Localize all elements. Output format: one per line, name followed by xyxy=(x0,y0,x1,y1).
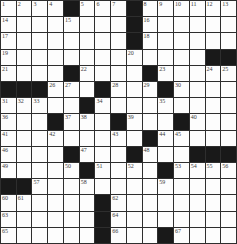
clue-number-64: 64 xyxy=(112,212,118,219)
cell-r4c11[interactable] xyxy=(158,50,173,65)
cell-r8c14[interactable] xyxy=(206,114,221,129)
clue-number-2: 2 xyxy=(18,1,21,8)
cell-r4c8[interactable] xyxy=(111,50,126,65)
cell-r10c8[interactable] xyxy=(111,147,126,162)
cell-r12c4[interactable] xyxy=(48,179,63,194)
cell-r9c3[interactable] xyxy=(32,131,47,146)
black-cell-r5c10 xyxy=(143,66,158,81)
cell-r13c8[interactable]: 62 xyxy=(111,195,126,210)
clue-number-51: 51 xyxy=(96,163,102,170)
clue-number-33: 33 xyxy=(33,98,39,105)
cell-r13c12[interactable] xyxy=(174,195,189,210)
cell-r2c7[interactable] xyxy=(95,17,110,32)
cell-r2c15[interactable] xyxy=(221,17,236,32)
cell-r3c1[interactable]: 17 xyxy=(1,33,16,48)
clue-number-53: 53 xyxy=(175,163,181,170)
cell-r2c1[interactable]: 14 xyxy=(1,17,16,32)
cell-r3c3[interactable] xyxy=(32,33,47,48)
cell-r1c1[interactable]: 1 xyxy=(1,1,16,16)
cell-r8c7[interactable] xyxy=(95,114,110,129)
clue-number-67: 67 xyxy=(175,228,181,235)
cell-r13c15[interactable] xyxy=(221,195,236,210)
cell-r7c1[interactable]: 31 xyxy=(1,98,16,113)
black-cell-r10c5 xyxy=(64,147,79,162)
cell-r14c3[interactable] xyxy=(32,212,47,227)
clue-number-57: 57 xyxy=(33,179,39,186)
clue-number-43: 43 xyxy=(112,131,118,138)
cell-r3c10[interactable]: 18 xyxy=(143,33,158,48)
clue-number-23: 23 xyxy=(159,66,165,73)
cell-r15c10[interactable] xyxy=(143,228,158,243)
clue-number-60: 60 xyxy=(2,195,8,202)
black-cell-r1c5 xyxy=(64,1,79,16)
clue-number-49: 49 xyxy=(2,163,8,170)
cell-r9c4[interactable]: 42 xyxy=(48,131,63,146)
black-cell-r6c1 xyxy=(1,82,16,97)
clue-number-55: 55 xyxy=(207,163,213,170)
cell-r13c9[interactable] xyxy=(127,195,142,210)
black-cell-r4c14 xyxy=(206,50,221,65)
cell-r14c4[interactable] xyxy=(48,212,63,227)
cell-r5c3[interactable] xyxy=(32,66,47,81)
cell-r1c3[interactable]: 3 xyxy=(32,1,47,16)
cell-r2c12[interactable] xyxy=(174,17,189,32)
clue-number-15: 15 xyxy=(65,17,71,24)
clue-number-44: 44 xyxy=(159,131,165,138)
cell-r10c4[interactable] xyxy=(48,147,63,162)
cell-r15c1[interactable]: 65 xyxy=(1,228,16,243)
cell-r12c9[interactable] xyxy=(127,179,142,194)
clue-number-47: 47 xyxy=(81,147,87,154)
cell-r13c10[interactable] xyxy=(143,195,158,210)
cell-r4c1[interactable]: 19 xyxy=(1,50,16,65)
cell-r11c7[interactable]: 51 xyxy=(95,163,110,178)
cell-r7c2[interactable]: 32 xyxy=(17,98,32,113)
cell-r15c4[interactable] xyxy=(48,228,63,243)
clue-number-52: 52 xyxy=(128,163,134,170)
cell-r10c12[interactable] xyxy=(174,147,189,162)
clue-number-50: 50 xyxy=(65,163,71,170)
clue-number-56: 56 xyxy=(222,163,228,170)
cell-r7c4[interactable] xyxy=(48,98,63,113)
cell-r13c1[interactable]: 60 xyxy=(1,195,16,210)
cell-r2c2[interactable] xyxy=(17,17,32,32)
cell-r15c12[interactable]: 67 xyxy=(174,228,189,243)
cell-r9c9[interactable] xyxy=(127,131,142,146)
cell-r1c4[interactable]: 4 xyxy=(48,1,63,16)
cell-r14c1[interactable]: 63 xyxy=(1,212,16,227)
cell-r13c11[interactable] xyxy=(158,195,173,210)
black-cell-r15c11 xyxy=(158,228,173,243)
clue-number-28: 28 xyxy=(112,82,118,89)
cell-r1c12[interactable]: 10 xyxy=(174,1,189,16)
cell-r4c2[interactable] xyxy=(17,50,32,65)
cell-r5c15[interactable]: 25 xyxy=(221,66,236,81)
cell-r3c5[interactable] xyxy=(64,33,79,48)
cell-r14c9[interactable] xyxy=(127,212,142,227)
cell-r7c5[interactable] xyxy=(64,98,79,113)
cell-r14c10[interactable] xyxy=(143,212,158,227)
cell-r13c5[interactable] xyxy=(64,195,79,210)
cell-r12c3[interactable]: 57 xyxy=(32,179,47,194)
cell-r15c2[interactable] xyxy=(17,228,32,243)
cell-r7c12[interactable] xyxy=(174,98,189,113)
black-cell-r6c3 xyxy=(32,82,47,97)
cell-r6c5[interactable]: 27 xyxy=(64,82,79,97)
cell-r4c5[interactable] xyxy=(64,50,79,65)
cell-r3c15[interactable] xyxy=(221,33,236,48)
clue-number-61: 61 xyxy=(18,195,24,202)
cell-r1c14[interactable]: 12 xyxy=(206,1,221,16)
cell-r4c9[interactable]: 20 xyxy=(127,50,142,65)
cell-r7c7[interactable]: 34 xyxy=(95,98,110,113)
clue-number-38: 38 xyxy=(81,114,87,121)
cell-r15c3[interactable] xyxy=(32,228,47,243)
clue-number-10: 10 xyxy=(175,1,181,8)
cell-r9c12[interactable]: 45 xyxy=(174,131,189,146)
black-cell-r11c11 xyxy=(158,163,173,178)
black-cell-r7c6 xyxy=(80,98,95,113)
cell-r1c6[interactable]: 5 xyxy=(80,1,95,16)
clue-number-54: 54 xyxy=(191,163,197,170)
cell-r12c8[interactable] xyxy=(111,179,126,194)
crossword-grid: 1234567891011121314151617181920212223242… xyxy=(0,0,237,244)
cell-r9c5[interactable] xyxy=(64,131,79,146)
clue-number-25: 25 xyxy=(222,66,228,73)
clue-number-8: 8 xyxy=(144,1,147,8)
cell-r9c14[interactable] xyxy=(206,131,221,146)
cell-r14c5[interactable] xyxy=(64,212,79,227)
cell-r14c12[interactable] xyxy=(174,212,189,227)
cell-r7c13[interactable] xyxy=(190,98,205,113)
cell-r10c6[interactable]: 47 xyxy=(80,147,95,162)
cell-r11c10[interactable] xyxy=(143,163,158,178)
cell-r1c13[interactable]: 11 xyxy=(190,1,205,16)
cell-r5c1[interactable]: 21 xyxy=(1,66,16,81)
cell-r6c10[interactable]: 29 xyxy=(143,82,158,97)
cell-r3c2[interactable] xyxy=(17,33,32,48)
cell-r13c6[interactable] xyxy=(80,195,95,210)
black-cell-r10c15 xyxy=(221,147,236,162)
clue-number-37: 37 xyxy=(65,114,71,121)
clue-number-58: 58 xyxy=(81,179,87,186)
cell-r7c10[interactable] xyxy=(143,98,158,113)
black-cell-r10c14 xyxy=(206,147,221,162)
cell-r2c13[interactable] xyxy=(190,17,205,32)
cell-r9c1[interactable]: 41 xyxy=(1,131,16,146)
clue-number-11: 11 xyxy=(191,1,197,8)
cell-r7c8[interactable] xyxy=(111,98,126,113)
clue-number-30: 30 xyxy=(175,82,181,89)
cell-r13c4[interactable] xyxy=(48,195,63,210)
cell-r4c3[interactable] xyxy=(32,50,47,65)
cell-r14c6[interactable] xyxy=(80,212,95,227)
cell-r12c5[interactable] xyxy=(64,179,79,194)
cell-r9c6[interactable] xyxy=(80,131,95,146)
cell-r2c11[interactable] xyxy=(158,17,173,32)
black-cell-r8c8 xyxy=(111,114,126,129)
cell-r14c13[interactable] xyxy=(190,212,205,227)
clue-number-31: 31 xyxy=(2,98,8,105)
cell-r6c8[interactable]: 28 xyxy=(111,82,126,97)
clue-number-66: 66 xyxy=(112,228,118,235)
cell-r10c7[interactable] xyxy=(95,147,110,162)
black-cell-r14c7 xyxy=(95,212,110,227)
clue-number-26: 26 xyxy=(49,82,55,89)
cell-r6c13[interactable] xyxy=(190,82,205,97)
cell-r9c11[interactable]: 44 xyxy=(158,131,173,146)
cell-r8c15[interactable] xyxy=(221,114,236,129)
cell-r13c14[interactable] xyxy=(206,195,221,210)
clue-number-6: 6 xyxy=(96,1,99,8)
clue-number-4: 4 xyxy=(49,1,52,8)
cell-r4c10[interactable] xyxy=(143,50,158,65)
black-cell-r8c4 xyxy=(48,114,63,129)
cell-r3c4[interactable] xyxy=(48,33,63,48)
cell-r14c2[interactable] xyxy=(17,212,32,227)
cell-r12c10[interactable] xyxy=(143,179,158,194)
cell-r8c13[interactable]: 40 xyxy=(190,114,205,129)
black-cell-r6c7 xyxy=(95,82,110,97)
cell-r5c12[interactable] xyxy=(174,66,189,81)
cell-r9c13[interactable] xyxy=(190,131,205,146)
cell-r11c8[interactable] xyxy=(111,163,126,178)
clue-number-63: 63 xyxy=(2,212,8,219)
clue-number-62: 62 xyxy=(112,195,118,202)
cell-r11c5[interactable]: 50 xyxy=(64,163,79,178)
clue-number-7: 7 xyxy=(112,1,115,8)
clue-number-39: 39 xyxy=(128,114,134,121)
clue-number-18: 18 xyxy=(144,33,150,40)
clue-number-41: 41 xyxy=(2,131,8,138)
cell-r1c10[interactable]: 8 xyxy=(143,1,158,16)
cell-r15c13[interactable] xyxy=(190,228,205,243)
cell-r12c13[interactable] xyxy=(190,179,205,194)
cell-r12c11[interactable]: 59 xyxy=(158,179,173,194)
cell-r2c8[interactable] xyxy=(111,17,126,32)
cell-r2c4[interactable] xyxy=(48,17,63,32)
cell-r3c14[interactable] xyxy=(206,33,221,48)
black-cell-r10c9 xyxy=(127,147,142,162)
cell-r1c15[interactable]: 13 xyxy=(221,1,236,16)
black-cell-r3c9 xyxy=(127,33,142,48)
cell-r12c15[interactable] xyxy=(221,179,236,194)
cell-r10c1[interactable]: 46 xyxy=(1,147,16,162)
clue-number-35: 35 xyxy=(159,98,165,105)
cell-r11c14[interactable]: 55 xyxy=(206,163,221,178)
cell-r5c13[interactable] xyxy=(190,66,205,81)
clue-number-22: 22 xyxy=(81,66,87,73)
black-cell-r10c13 xyxy=(190,147,205,162)
cell-r14c8[interactable]: 64 xyxy=(111,212,126,227)
cell-r5c2[interactable] xyxy=(17,66,32,81)
cell-r6c12[interactable]: 30 xyxy=(174,82,189,97)
cell-r8c2[interactable] xyxy=(17,114,32,129)
cell-r15c15[interactable] xyxy=(221,228,236,243)
cell-r4c6[interactable] xyxy=(80,50,95,65)
black-cell-r12c1 xyxy=(1,179,16,194)
cell-r12c7[interactable] xyxy=(95,179,110,194)
cell-r3c7[interactable] xyxy=(95,33,110,48)
cell-r3c12[interactable] xyxy=(174,33,189,48)
cell-r11c15[interactable]: 56 xyxy=(221,163,236,178)
clue-number-46: 46 xyxy=(2,147,8,154)
cell-r1c7[interactable]: 6 xyxy=(95,1,110,16)
cell-r8c5[interactable]: 37 xyxy=(64,114,79,129)
cell-r5c4[interactable] xyxy=(48,66,63,81)
black-cell-r15c7 xyxy=(95,228,110,243)
cell-r9c2[interactable] xyxy=(17,131,32,146)
cell-r4c13[interactable] xyxy=(190,50,205,65)
cell-r1c2[interactable]: 2 xyxy=(17,1,32,16)
cell-r8c9[interactable]: 39 xyxy=(127,114,142,129)
black-cell-r12c2 xyxy=(17,179,32,194)
cell-r15c14[interactable] xyxy=(206,228,221,243)
clue-number-12: 12 xyxy=(207,1,213,8)
cell-r5c6[interactable]: 22 xyxy=(80,66,95,81)
cell-r4c12[interactable] xyxy=(174,50,189,65)
cell-r7c14[interactable] xyxy=(206,98,221,113)
clue-number-34: 34 xyxy=(96,98,102,105)
cell-r13c3[interactable] xyxy=(32,195,47,210)
clue-number-45: 45 xyxy=(175,131,181,138)
black-cell-r8c12 xyxy=(174,114,189,129)
cell-r7c9[interactable] xyxy=(127,98,142,113)
clue-number-14: 14 xyxy=(2,17,8,24)
black-cell-r9c10 xyxy=(143,131,158,146)
cell-r15c5[interactable] xyxy=(64,228,79,243)
cell-r10c10[interactable]: 48 xyxy=(143,147,158,162)
cell-r8c10[interactable] xyxy=(143,114,158,129)
clue-number-59: 59 xyxy=(159,179,165,186)
cell-r5c9[interactable] xyxy=(127,66,142,81)
clue-number-13: 13 xyxy=(222,1,228,8)
cell-r11c4[interactable] xyxy=(48,163,63,178)
cell-r10c11[interactable] xyxy=(158,147,173,162)
cell-r5c7[interactable] xyxy=(95,66,110,81)
cell-r11c2[interactable] xyxy=(17,163,32,178)
black-cell-r13c7 xyxy=(95,195,110,210)
cell-r3c6[interactable] xyxy=(80,33,95,48)
cell-r3c8[interactable] xyxy=(111,33,126,48)
cell-r6c15[interactable] xyxy=(221,82,236,97)
cell-r15c6[interactable] xyxy=(80,228,95,243)
cell-r3c13[interactable] xyxy=(190,33,205,48)
cell-r8c11[interactable] xyxy=(158,114,173,129)
cell-r11c12[interactable]: 53 xyxy=(174,163,189,178)
cell-r13c13[interactable] xyxy=(190,195,205,210)
cell-r12c12[interactable] xyxy=(174,179,189,194)
cell-r11c3[interactable] xyxy=(32,163,47,178)
cell-r6c6[interactable] xyxy=(80,82,95,97)
cell-r12c14[interactable] xyxy=(206,179,221,194)
clue-number-24: 24 xyxy=(207,66,213,73)
black-cell-r1c9 xyxy=(127,1,142,16)
clue-number-19: 19 xyxy=(2,50,8,57)
cell-r5c14[interactable]: 24 xyxy=(206,66,221,81)
cell-r15c9[interactable] xyxy=(127,228,142,243)
clue-number-3: 3 xyxy=(33,1,36,8)
clue-number-20: 20 xyxy=(128,50,134,57)
cell-r1c11[interactable]: 9 xyxy=(158,1,173,16)
cell-r8c1[interactable]: 36 xyxy=(1,114,16,129)
clue-number-36: 36 xyxy=(2,114,8,121)
clue-number-27: 27 xyxy=(65,82,71,89)
cell-r9c7[interactable] xyxy=(95,131,110,146)
cell-r10c2[interactable] xyxy=(17,147,32,162)
cell-r5c8[interactable] xyxy=(111,66,126,81)
clue-number-1: 1 xyxy=(2,1,5,8)
cell-r4c4[interactable] xyxy=(48,50,63,65)
cell-r10c3[interactable] xyxy=(32,147,47,162)
cell-r7c3[interactable]: 33 xyxy=(32,98,47,113)
cell-r4c7[interactable] xyxy=(95,50,110,65)
black-cell-r6c2 xyxy=(17,82,32,97)
clue-number-17: 17 xyxy=(2,33,8,40)
clue-number-5: 5 xyxy=(81,1,84,8)
cell-r8c3[interactable] xyxy=(32,114,47,129)
cell-r8c6[interactable]: 38 xyxy=(80,114,95,129)
black-cell-r2c9 xyxy=(127,17,142,32)
cell-r1c8[interactable]: 7 xyxy=(111,1,126,16)
cell-r7c15[interactable] xyxy=(221,98,236,113)
clue-number-42: 42 xyxy=(49,131,55,138)
cell-r11c13[interactable]: 54 xyxy=(190,163,205,178)
cell-r9c8[interactable]: 43 xyxy=(111,131,126,146)
clue-number-9: 9 xyxy=(159,1,162,8)
cell-r14c15[interactable] xyxy=(221,212,236,227)
cell-r11c9[interactable]: 52 xyxy=(127,163,142,178)
cell-r2c6[interactable] xyxy=(80,17,95,32)
cell-r3c11[interactable] xyxy=(158,33,173,48)
cell-r2c3[interactable] xyxy=(32,17,47,32)
cell-r15c8[interactable]: 66 xyxy=(111,228,126,243)
black-cell-r6c11 xyxy=(158,82,173,97)
clue-number-65: 65 xyxy=(2,228,8,235)
clue-number-16: 16 xyxy=(144,17,150,24)
black-cell-r11c6 xyxy=(80,163,95,178)
clue-number-32: 32 xyxy=(18,98,24,105)
clue-number-40: 40 xyxy=(191,114,197,121)
clue-number-21: 21 xyxy=(2,66,8,73)
cell-r13c2[interactable]: 61 xyxy=(17,195,32,210)
cell-r2c10[interactable]: 16 xyxy=(143,17,158,32)
black-cell-r5c5 xyxy=(64,66,79,81)
cell-r14c14[interactable] xyxy=(206,212,221,227)
cell-r5c11[interactable]: 23 xyxy=(158,66,173,81)
cell-r2c5[interactable]: 15 xyxy=(64,17,79,32)
cell-r7c11[interactable]: 35 xyxy=(158,98,173,113)
cell-r9c15[interactable] xyxy=(221,131,236,146)
cell-r6c4[interactable]: 26 xyxy=(48,82,63,97)
cell-r6c9[interactable] xyxy=(127,82,142,97)
cell-r12c6[interactable]: 58 xyxy=(80,179,95,194)
cell-r2c14[interactable] xyxy=(206,17,221,32)
cell-r6c14[interactable] xyxy=(206,82,221,97)
cell-r14c11[interactable] xyxy=(158,212,173,227)
clue-number-48: 48 xyxy=(144,147,150,154)
black-cell-r4c15 xyxy=(221,50,236,65)
clue-number-29: 29 xyxy=(144,82,150,89)
cell-r11c1[interactable]: 49 xyxy=(1,163,16,178)
